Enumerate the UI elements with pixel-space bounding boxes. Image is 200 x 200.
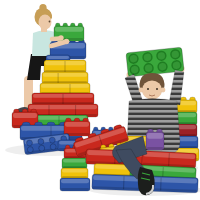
girl-hair-bun <box>39 4 46 11</box>
brick-green <box>62 158 87 169</box>
girl-eye <box>49 21 51 23</box>
girl-hand-right <box>64 39 69 44</box>
scene-svg <box>0 0 200 200</box>
boy-eye-right <box>156 88 158 90</box>
brick-yellow <box>61 168 88 179</box>
girl-hand-left <box>58 35 63 40</box>
boy-face <box>142 81 162 100</box>
brick-red <box>64 118 90 136</box>
boy-eye-left <box>147 88 149 90</box>
product-photo <box>0 0 200 200</box>
brick-yellow <box>42 72 88 84</box>
brick-purple <box>146 129 164 150</box>
brick-yellow <box>44 60 86 73</box>
brick-blue <box>60 178 90 191</box>
brick-red <box>32 93 94 105</box>
